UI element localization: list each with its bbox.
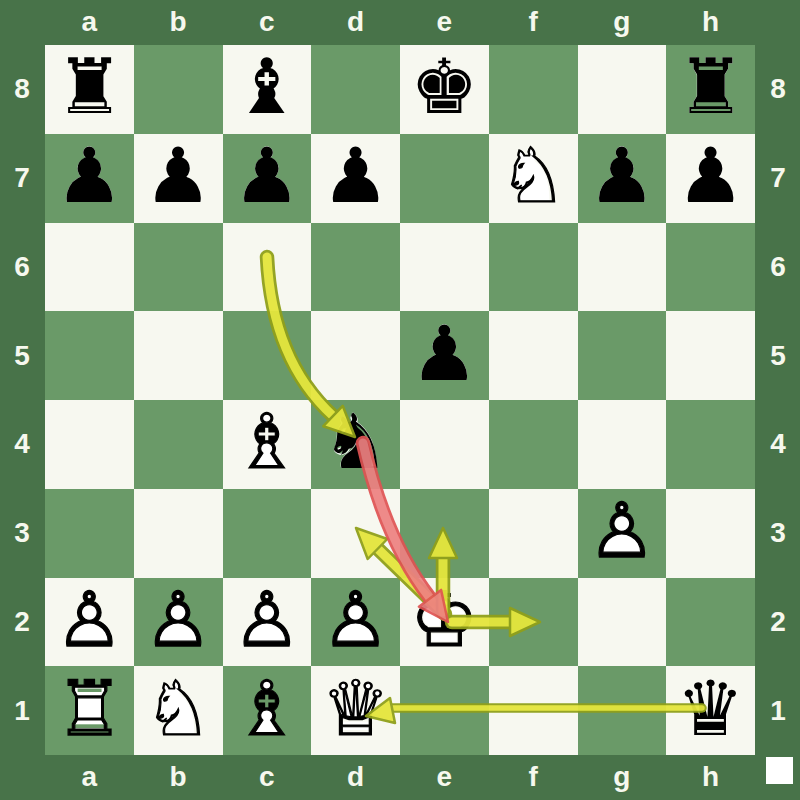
square-g5[interactable]: [578, 311, 667, 400]
square-h3[interactable]: [666, 489, 755, 578]
square-e8[interactable]: ♔♚: [400, 45, 489, 134]
piece-white-pawn-g3[interactable]: ♟♙: [578, 489, 667, 578]
square-f5[interactable]: [489, 311, 578, 400]
white-bishop-glyph: ♗: [233, 404, 301, 480]
coord-rank-right-3: 3: [770, 517, 786, 549]
coord-file-top-d: d: [347, 6, 364, 38]
coord-rank-left-8: 8: [14, 73, 30, 105]
square-b5[interactable]: [134, 311, 223, 400]
square-d5[interactable]: [311, 311, 400, 400]
white-to-move-indicator: [766, 757, 793, 784]
white-pawn-glyph: ♙: [55, 582, 123, 658]
square-d7[interactable]: ♙♟: [311, 134, 400, 223]
piece-white-bishop-c1[interactable]: ♝♗: [223, 666, 312, 755]
coord-file-top-e: e: [437, 6, 453, 38]
coord-file-bottom-b: b: [170, 761, 187, 793]
square-e3[interactable]: [400, 489, 489, 578]
white-knight-glyph: ♘: [144, 670, 212, 746]
square-a8[interactable]: ♖♜: [45, 45, 134, 134]
square-c6[interactable]: [223, 223, 312, 312]
white-pawn-glyph: ♙: [144, 582, 212, 658]
square-b7[interactable]: ♙♟: [134, 134, 223, 223]
square-a1[interactable]: ♜♖: [45, 666, 134, 755]
square-d6[interactable]: [311, 223, 400, 312]
square-g3[interactable]: ♟♙: [578, 489, 667, 578]
square-h6[interactable]: [666, 223, 755, 312]
square-f7[interactable]: ♞♘: [489, 134, 578, 223]
square-g8[interactable]: [578, 45, 667, 134]
coord-rank-left-3: 3: [14, 517, 30, 549]
square-f4[interactable]: [489, 400, 578, 489]
square-c4[interactable]: ♝♗: [223, 400, 312, 489]
square-d8[interactable]: [311, 45, 400, 134]
piece-black-pawn-a7[interactable]: ♙♟: [45, 134, 134, 223]
square-h2[interactable]: [666, 578, 755, 667]
piece-black-queen-h1[interactable]: ♕♛: [666, 666, 755, 755]
square-f2[interactable]: [489, 578, 578, 667]
square-g7[interactable]: ♙♟: [578, 134, 667, 223]
coord-rank-left-2: 2: [14, 606, 30, 638]
coord-rank-right-8: 8: [770, 73, 786, 105]
coord-rank-right-5: 5: [770, 340, 786, 372]
white-king-glyph: ♔: [410, 582, 478, 658]
coord-file-top-a: a: [82, 6, 98, 38]
square-c1[interactable]: ♝♗: [223, 666, 312, 755]
piece-black-pawn-e5[interactable]: ♙♟: [400, 311, 489, 400]
piece-white-queen-d1[interactable]: ♛♕: [311, 666, 400, 755]
black-pawn-glyph: ♟: [677, 138, 745, 214]
coord-rank-right-6: 6: [770, 251, 786, 283]
square-e6[interactable]: [400, 223, 489, 312]
coord-rank-left-7: 7: [14, 162, 30, 194]
white-knight-glyph: ♘: [499, 138, 567, 214]
coord-file-top-c: c: [259, 6, 275, 38]
black-queen-glyph: ♛: [677, 670, 745, 746]
coord-rank-right-7: 7: [770, 162, 786, 194]
piece-black-rook-a8[interactable]: ♖♜: [45, 45, 134, 134]
square-g1[interactable]: [578, 666, 667, 755]
coord-rank-left-1: 1: [14, 695, 30, 727]
square-e4[interactable]: [400, 400, 489, 489]
piece-white-pawn-a2[interactable]: ♟♙: [45, 578, 134, 667]
square-e7[interactable]: [400, 134, 489, 223]
square-f1[interactable]: [489, 666, 578, 755]
piece-black-pawn-g7[interactable]: ♙♟: [578, 134, 667, 223]
square-f3[interactable]: [489, 489, 578, 578]
coord-file-top-f: f: [528, 6, 537, 38]
black-pawn-glyph: ♟: [144, 138, 212, 214]
piece-white-pawn-c2[interactable]: ♟♙: [223, 578, 312, 667]
square-g4[interactable]: [578, 400, 667, 489]
piece-white-pawn-d2[interactable]: ♟♙: [311, 578, 400, 667]
square-d2[interactable]: ♟♙: [311, 578, 400, 667]
coord-file-top-h: h: [702, 6, 719, 38]
piece-black-rook-h8[interactable]: ♖♜: [666, 45, 755, 134]
piece-black-pawn-d7[interactable]: ♙♟: [311, 134, 400, 223]
coord-file-top-g: g: [613, 6, 630, 38]
coord-file-bottom-a: a: [82, 761, 98, 793]
square-c8[interactable]: ♗♝: [223, 45, 312, 134]
chess-diagram: ♖♜♗♝♔♚♖♜♙♟♙♟♙♟♙♟♞♘♙♟♙♟♙♟♝♗♘♞♟♙♟♙♟♙♟♙♟♙♚♔…: [0, 0, 800, 800]
coord-rank-right-4: 4: [770, 428, 786, 460]
white-bishop-glyph: ♗: [233, 670, 301, 746]
black-king-glyph: ♚: [410, 49, 478, 125]
coord-rank-left-4: 4: [14, 428, 30, 460]
square-f8[interactable]: [489, 45, 578, 134]
square-e1[interactable]: [400, 666, 489, 755]
square-a7[interactable]: ♙♟: [45, 134, 134, 223]
black-rook-glyph: ♜: [55, 49, 123, 125]
white-queen-glyph: ♕: [322, 670, 390, 746]
white-rook-glyph: ♖: [55, 670, 123, 746]
square-h4[interactable]: [666, 400, 755, 489]
coord-file-bottom-f: f: [528, 761, 537, 793]
square-c2[interactable]: ♟♙: [223, 578, 312, 667]
piece-black-pawn-h7[interactable]: ♙♟: [666, 134, 755, 223]
square-e2[interactable]: ♚♔: [400, 578, 489, 667]
square-h8[interactable]: ♖♜: [666, 45, 755, 134]
square-b8[interactable]: [134, 45, 223, 134]
black-pawn-glyph: ♟: [588, 138, 656, 214]
square-b6[interactable]: [134, 223, 223, 312]
coord-file-bottom-e: e: [437, 761, 453, 793]
square-d4[interactable]: ♘♞: [311, 400, 400, 489]
square-c7[interactable]: ♙♟: [223, 134, 312, 223]
square-g6[interactable]: [578, 223, 667, 312]
piece-white-king-e2[interactable]: ♚♔: [400, 578, 489, 667]
coord-rank-left-6: 6: [14, 251, 30, 283]
square-a2[interactable]: ♟♙: [45, 578, 134, 667]
black-pawn-glyph: ♟: [55, 138, 123, 214]
black-pawn-glyph: ♟: [233, 138, 301, 214]
coord-file-bottom-d: d: [347, 761, 364, 793]
square-d1[interactable]: ♛♕: [311, 666, 400, 755]
piece-white-knight-b1[interactable]: ♞♘: [134, 666, 223, 755]
square-a6[interactable]: [45, 223, 134, 312]
square-h5[interactable]: [666, 311, 755, 400]
square-b4[interactable]: [134, 400, 223, 489]
square-d3[interactable]: [311, 489, 400, 578]
black-knight-glyph: ♞: [322, 404, 390, 480]
square-c5[interactable]: [223, 311, 312, 400]
piece-black-pawn-b7[interactable]: ♙♟: [134, 134, 223, 223]
black-pawn-glyph: ♟: [322, 138, 390, 214]
black-pawn-glyph: ♟: [410, 315, 478, 391]
coord-rank-right-1: 1: [770, 695, 786, 727]
piece-black-bishop-c8[interactable]: ♗♝: [223, 45, 312, 134]
square-a3[interactable]: [45, 489, 134, 578]
piece-white-rook-a1[interactable]: ♜♖: [45, 666, 134, 755]
white-pawn-glyph: ♙: [322, 582, 390, 658]
square-a5[interactable]: [45, 311, 134, 400]
square-c3[interactable]: [223, 489, 312, 578]
board-grid: ♖♜♗♝♔♚♖♜♙♟♙♟♙♟♙♟♞♘♙♟♙♟♙♟♝♗♘♞♟♙♟♙♟♙♟♙♟♙♚♔…: [45, 45, 755, 755]
coord-rank-left-5: 5: [14, 340, 30, 372]
coord-file-bottom-g: g: [613, 761, 630, 793]
coord-rank-right-2: 2: [770, 606, 786, 638]
square-e5[interactable]: ♙♟: [400, 311, 489, 400]
square-a4[interactable]: [45, 400, 134, 489]
piece-black-knight-d4[interactable]: ♘♞: [311, 400, 400, 489]
square-h1[interactable]: ♕♛: [666, 666, 755, 755]
square-f6[interactable]: [489, 223, 578, 312]
piece-black-king-e8[interactable]: ♔♚: [400, 45, 489, 134]
black-rook-glyph: ♜: [677, 49, 745, 125]
piece-black-pawn-c7[interactable]: ♙♟: [223, 134, 312, 223]
piece-white-pawn-b2[interactable]: ♟♙: [134, 578, 223, 667]
coord-file-bottom-c: c: [259, 761, 275, 793]
square-b2[interactable]: ♟♙: [134, 578, 223, 667]
piece-white-bishop-c4[interactable]: ♝♗: [223, 400, 312, 489]
white-pawn-glyph: ♙: [588, 493, 656, 569]
square-g2[interactable]: [578, 578, 667, 667]
square-h7[interactable]: ♙♟: [666, 134, 755, 223]
black-bishop-glyph: ♝: [233, 49, 301, 125]
white-pawn-glyph: ♙: [233, 582, 301, 658]
square-b1[interactable]: ♞♘: [134, 666, 223, 755]
piece-white-knight-f7[interactable]: ♞♘: [489, 134, 578, 223]
square-b3[interactable]: [134, 489, 223, 578]
coord-file-top-b: b: [170, 6, 187, 38]
coord-file-bottom-h: h: [702, 761, 719, 793]
